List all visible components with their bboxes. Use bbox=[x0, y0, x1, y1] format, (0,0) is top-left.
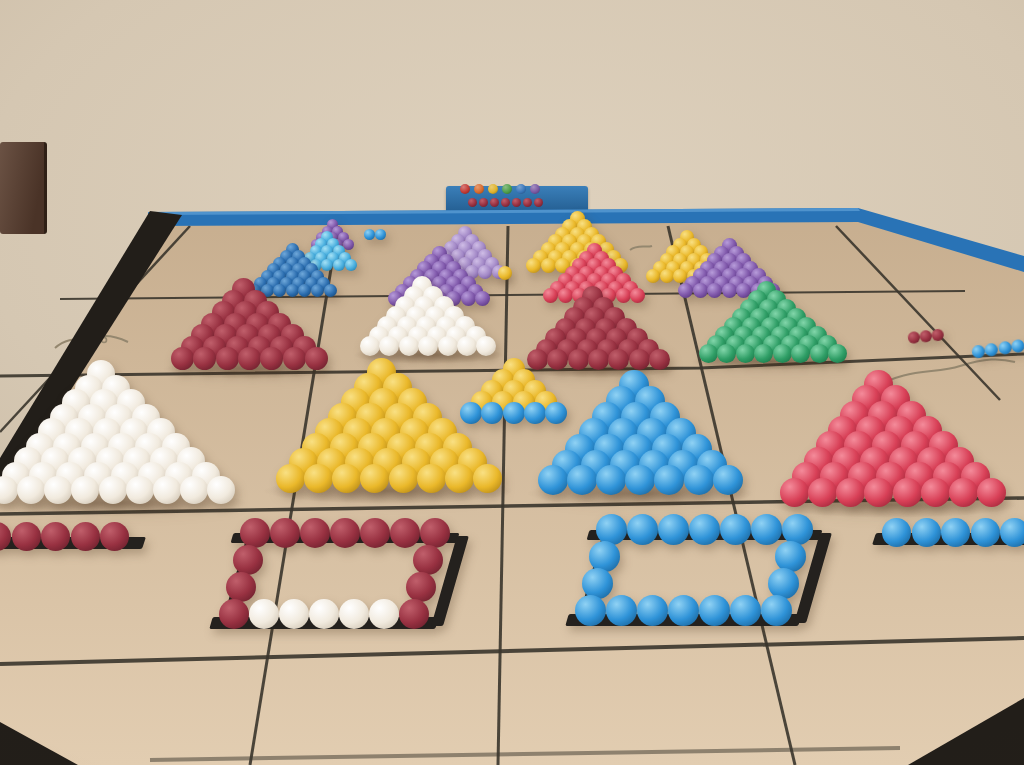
marble-blue bbox=[713, 465, 743, 495]
marble-maroon bbox=[919, 330, 932, 343]
marble-yellow bbox=[660, 269, 674, 283]
marble-green bbox=[791, 344, 810, 363]
marble-white bbox=[279, 599, 309, 629]
pyramid-yellow-large[interactable] bbox=[276, 358, 502, 493]
mini-blue-quad[interactable] bbox=[971, 338, 1024, 363]
marble-maroon bbox=[226, 572, 256, 602]
pyramid-darkred-left[interactable] bbox=[171, 278, 328, 370]
frame-red-white[interactable] bbox=[240, 518, 460, 639]
marble-yellow bbox=[304, 464, 333, 493]
marble-blue bbox=[971, 344, 986, 359]
marble-crimson bbox=[893, 478, 922, 507]
marble-blue bbox=[503, 402, 525, 424]
marble-maroon bbox=[233, 545, 263, 575]
marble-blue bbox=[912, 518, 941, 547]
marble-blue bbox=[606, 595, 637, 626]
marble-crimson bbox=[864, 478, 893, 507]
marble-blue bbox=[984, 342, 999, 357]
frame-blue[interactable] bbox=[596, 514, 823, 636]
pieces-layer bbox=[0, 0, 1024, 765]
marble-white bbox=[438, 336, 458, 356]
marble-maroon bbox=[41, 522, 70, 551]
marble-maroon bbox=[330, 518, 360, 548]
marble-blue bbox=[364, 229, 375, 240]
marble-crimson bbox=[836, 478, 865, 507]
marble-yellow bbox=[417, 464, 446, 493]
marble-yellow bbox=[276, 464, 305, 493]
marble-maroon bbox=[360, 518, 390, 548]
marble-blue bbox=[941, 518, 970, 547]
pyramid-red-large[interactable] bbox=[780, 370, 1006, 507]
marble-maroon bbox=[270, 518, 300, 548]
marble-blue bbox=[997, 341, 1012, 356]
marble-crimson bbox=[977, 478, 1006, 507]
marble-white bbox=[339, 599, 369, 629]
marble-crimson bbox=[780, 478, 809, 507]
marble-green bbox=[754, 344, 773, 363]
loose-yellow-marble[interactable] bbox=[498, 266, 516, 284]
marble-crimson bbox=[921, 478, 950, 507]
marble-blue bbox=[1010, 339, 1024, 354]
marble-maroon bbox=[399, 599, 429, 629]
marble-green bbox=[717, 344, 736, 363]
marble-white bbox=[399, 336, 419, 356]
marble-maroon bbox=[420, 518, 450, 548]
marble-crimson bbox=[949, 478, 978, 507]
marble-green bbox=[736, 344, 755, 363]
marble-blue bbox=[668, 595, 699, 626]
marble-yellow bbox=[646, 269, 660, 283]
pyramid-white-mid[interactable] bbox=[360, 276, 496, 356]
marble-blue bbox=[684, 465, 714, 495]
marble-white bbox=[360, 336, 380, 356]
marble-white bbox=[99, 476, 127, 504]
marble-white bbox=[249, 599, 279, 629]
line-blue[interactable] bbox=[882, 518, 1024, 556]
marble-blue bbox=[882, 518, 911, 547]
marble-blue bbox=[971, 518, 1000, 547]
marble-maroon bbox=[406, 572, 436, 602]
marble-blue bbox=[1000, 518, 1024, 547]
marble-maroon bbox=[219, 599, 249, 629]
marble-yellow bbox=[498, 266, 512, 280]
marble-maroon bbox=[413, 545, 443, 575]
mini-red-triple[interactable] bbox=[907, 328, 949, 348]
marble-maroon bbox=[238, 347, 261, 370]
marble-yellow bbox=[473, 464, 502, 493]
line-red[interactable] bbox=[0, 522, 134, 560]
marble-maroon bbox=[240, 518, 270, 548]
marble-green bbox=[828, 344, 847, 363]
pyramid-white-large[interactable] bbox=[0, 360, 235, 504]
marble-green bbox=[699, 344, 718, 363]
marble-maroon bbox=[907, 331, 920, 344]
marble-blue bbox=[637, 595, 668, 626]
marble-yellow bbox=[360, 464, 389, 493]
marble-maroon bbox=[390, 518, 420, 548]
marble-yellow bbox=[332, 464, 361, 493]
marble-white bbox=[369, 599, 399, 629]
marble-blue bbox=[375, 229, 386, 240]
pyramid-blue-large[interactable] bbox=[538, 370, 743, 495]
photo-of-marble-game-table bbox=[0, 0, 1024, 765]
marble-purple bbox=[678, 283, 693, 298]
mini-blue-pair[interactable] bbox=[364, 229, 390, 243]
marble-blue bbox=[761, 595, 792, 626]
marble-maroon bbox=[71, 522, 100, 551]
marble-maroon bbox=[12, 522, 41, 551]
marble-yellow bbox=[445, 464, 474, 493]
marble-blue bbox=[575, 595, 606, 626]
marble-green bbox=[810, 344, 829, 363]
marble-blue bbox=[627, 514, 658, 545]
pyramid-green[interactable] bbox=[699, 281, 847, 363]
marble-blue bbox=[730, 595, 761, 626]
marble-yellow bbox=[526, 258, 541, 273]
marble-white bbox=[309, 599, 339, 629]
marble-maroon bbox=[932, 328, 945, 341]
marble-green bbox=[773, 344, 792, 363]
marble-crimson bbox=[808, 478, 837, 507]
marble-cyan bbox=[345, 259, 357, 271]
marble-maroon bbox=[568, 349, 589, 370]
marble-white bbox=[457, 336, 477, 356]
marble-yellow bbox=[389, 464, 418, 493]
marble-blue bbox=[658, 514, 689, 545]
marble-blue bbox=[689, 514, 720, 545]
marble-maroon bbox=[588, 349, 609, 370]
marble-blue bbox=[699, 595, 730, 626]
marble-maroon bbox=[300, 518, 330, 548]
marble-blue bbox=[720, 514, 751, 545]
marble-blue bbox=[751, 514, 782, 545]
marble-maroon bbox=[629, 349, 650, 370]
